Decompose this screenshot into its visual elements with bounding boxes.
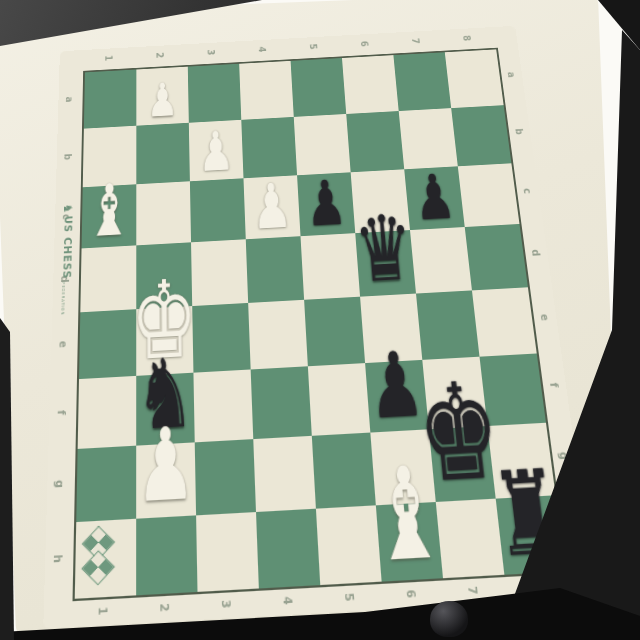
square-c5[interactable]: ♟ [297,172,355,236]
square-b3[interactable]: ♟ [189,120,244,181]
square-b2[interactable] [136,123,190,185]
logo-text: US CHESS [60,216,74,280]
square-d3[interactable] [191,239,248,306]
rank-label-bottom-3: 3 [220,600,233,609]
piece-black-pawn-c5[interactable]: ♟ [304,171,348,235]
file-label-right-f: f [548,382,561,387]
board-rotation-wrapper: ♟♟♝♟♟♟♛♚♞♟♟♚♝♜ aa11bb22cc33dd44ee55ff66g… [36,0,568,609]
board-perspective-wrapper: ♟♟♝♟♟♟♛♚♞♟♟♚♝♜ aa11bb22cc33dd44ee55ff66g… [43,26,596,629]
rank-label-top-3: 3 [206,49,217,55]
file-label-left-f: f [56,410,69,415]
rank-label-bottom-2: 2 [158,603,171,612]
square-f5[interactable] [308,363,370,436]
square-g1[interactable] [76,446,136,522]
file-label-right-h: h [567,525,581,534]
square-d7[interactable] [410,227,472,294]
square-h1[interactable] [75,519,136,599]
rank-label-top-5: 5 [308,43,319,49]
square-g4[interactable] [253,436,316,512]
corner-diamond-emblem [84,529,113,587]
piece-white-pawn-b3[interactable]: ♟ [197,124,234,180]
logo-subtext: FEDERATION [60,282,66,316]
offboard-captured-piece [430,601,468,637]
file-label-left-b: b [62,153,74,160]
rank-label-top-2: 2 [155,52,166,58]
coordinate-labels: aa11bb22cc33dd44ee55ff66gg77hh88 [60,26,515,51]
square-g2[interactable]: ♟ [136,442,196,518]
square-d6[interactable]: ♛ [355,230,416,297]
piece-white-pawn-g2[interactable]: ♟ [136,414,196,518]
piece-black-pawn-c7[interactable]: ♟ [411,165,457,229]
square-c4[interactable]: ♟ [243,175,300,239]
square-e8[interactable] [472,287,537,356]
square-e1[interactable] [79,309,136,379]
file-label-left-a: a [64,96,75,102]
square-h3[interactable] [196,512,259,592]
square-f3[interactable] [193,369,253,442]
board-border: ♟♟♝♟♟♟♛♚♞♟♟♚♝♜ aa11bb22cc33dd44ee55ff66g… [43,26,596,629]
square-b8[interactable] [451,105,511,166]
square-c8[interactable] [458,163,520,227]
square-f4[interactable] [251,366,312,439]
piece-white-bishop-c1[interactable]: ♝ [86,174,133,248]
square-d5[interactable] [301,233,361,300]
file-label-left-e: e [57,340,69,348]
piece-black-rook-h8[interactable]: ♜ [487,454,569,574]
square-c7[interactable]: ♟ [404,166,465,230]
rank-label-bottom-8: 8 [527,582,541,591]
square-a6[interactable] [342,55,399,114]
rank-label-bottom-7: 7 [466,586,480,595]
board-photo: ♟♟♝♟♟♟♛♚♞♟♟♚♝♜ aa11bb22cc33dd44ee55ff66g… [0,0,640,640]
square-e7[interactable] [416,290,480,359]
square-c1[interactable]: ♝ [82,184,137,248]
piece-white-pawn-c4[interactable]: ♟ [250,174,293,238]
square-a4[interactable] [239,61,294,120]
square-d4[interactable] [246,236,304,303]
rank-label-bottom-6: 6 [404,589,418,598]
square-h2[interactable] [136,515,197,595]
square-a7[interactable] [393,52,451,111]
rank-label-bottom-1: 1 [96,606,109,615]
square-h8[interactable]: ♜ [496,495,566,574]
square-a2[interactable]: ♟ [136,67,188,126]
rank-label-bottom-4: 4 [281,596,295,605]
square-d8[interactable] [465,224,528,290]
file-label-right-a: a [506,71,518,77]
piece-white-pawn-a2[interactable]: ♟ [147,77,178,125]
square-a3[interactable] [188,64,242,123]
piece-white-bishop-h6[interactable]: ♝ [365,449,450,580]
square-a5[interactable] [291,58,347,117]
rank-label-top-1: 1 [103,55,114,61]
square-e4[interactable] [248,300,308,370]
rank-label-top-8: 8 [461,35,473,41]
file-label-left-h: h [52,554,65,563]
rank-label-top-6: 6 [359,41,370,47]
file-label-right-d: d [530,249,543,257]
square-h4[interactable] [256,509,320,589]
rank-label-top-4: 4 [257,46,268,52]
square-c3[interactable] [190,178,246,242]
file-label-right-g: g [557,451,571,460]
square-e5[interactable] [304,297,365,367]
file-label-right-b: b [513,128,525,135]
square-h6[interactable]: ♝ [376,502,443,582]
square-b6[interactable] [346,111,404,172]
square-e3[interactable] [192,303,250,373]
square-c2[interactable] [136,181,191,245]
square-d1[interactable] [80,245,136,312]
square-a1[interactable] [84,70,136,129]
piece-black-queen-d6[interactable]: ♛ [352,202,417,295]
chess-board: ♟♟♝♟♟♟♛♚♞♟♟♚♝♜ [73,48,569,602]
us-chess-logo: ♞ US CHESS FEDERATION [59,203,74,316]
square-a8[interactable] [445,49,504,108]
file-label-right-e: e [539,314,552,322]
rank-label-bottom-5: 5 [343,593,357,602]
square-g3[interactable] [195,439,256,515]
rank-label-top-7: 7 [410,38,422,44]
square-f1[interactable] [78,376,137,449]
file-label-left-g: g [54,479,67,488]
knight-logo-icon: ♞ [62,203,74,213]
file-label-right-c: c [522,188,534,194]
